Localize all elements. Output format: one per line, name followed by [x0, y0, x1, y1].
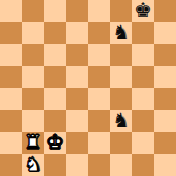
square-a5[interactable] [0, 66, 22, 88]
square-b3[interactable] [22, 110, 44, 132]
square-h1[interactable] [154, 154, 176, 176]
square-e2[interactable] [88, 132, 110, 154]
square-a8[interactable] [0, 0, 22, 22]
square-e5[interactable] [88, 66, 110, 88]
square-a7[interactable] [0, 22, 22, 44]
square-e6[interactable] [88, 44, 110, 66]
square-b6[interactable] [22, 44, 44, 66]
square-a4[interactable] [0, 88, 22, 110]
square-e1[interactable] [88, 154, 110, 176]
square-g4[interactable] [132, 88, 154, 110]
square-e4[interactable] [88, 88, 110, 110]
square-e7[interactable] [88, 22, 110, 44]
square-d4[interactable] [66, 88, 88, 110]
square-f1[interactable] [110, 154, 132, 176]
square-c6[interactable] [44, 44, 66, 66]
square-h3[interactable] [154, 110, 176, 132]
square-a3[interactable] [0, 110, 22, 132]
square-g3[interactable] [132, 110, 154, 132]
square-g2[interactable] [132, 132, 154, 154]
square-c8[interactable] [44, 0, 66, 22]
square-f6[interactable] [110, 44, 132, 66]
piece-white-king[interactable]: ♚ [46, 131, 64, 153]
square-d6[interactable] [66, 44, 88, 66]
square-g1[interactable] [132, 154, 154, 176]
square-h2[interactable] [154, 132, 176, 154]
square-c7[interactable] [44, 22, 66, 44]
square-f2[interactable] [110, 132, 132, 154]
square-h7[interactable] [154, 22, 176, 44]
square-c4[interactable] [44, 88, 66, 110]
chess-board: ♚♞♞♜♚♞ [0, 0, 176, 176]
square-a1[interactable] [0, 154, 22, 176]
square-c5[interactable] [44, 66, 66, 88]
square-h6[interactable] [154, 44, 176, 66]
square-b4[interactable] [22, 88, 44, 110]
square-b5[interactable] [22, 66, 44, 88]
square-d1[interactable] [66, 154, 88, 176]
square-b8[interactable] [22, 0, 44, 22]
square-g5[interactable] [132, 66, 154, 88]
square-g6[interactable] [132, 44, 154, 66]
square-g7[interactable] [132, 22, 154, 44]
square-c3[interactable] [44, 110, 66, 132]
square-a2[interactable] [0, 132, 22, 154]
piece-black-knight[interactable]: ♞ [112, 21, 130, 43]
square-h8[interactable] [154, 0, 176, 22]
piece-white-rook[interactable]: ♜ [24, 131, 42, 153]
square-f7[interactable]: ♞ [110, 22, 132, 44]
square-h5[interactable] [154, 66, 176, 88]
square-f8[interactable] [110, 0, 132, 22]
square-b7[interactable] [22, 22, 44, 44]
piece-black-knight[interactable]: ♞ [112, 109, 130, 131]
square-d8[interactable] [66, 0, 88, 22]
square-h4[interactable] [154, 88, 176, 110]
square-d7[interactable] [66, 22, 88, 44]
square-d3[interactable] [66, 110, 88, 132]
piece-white-knight[interactable]: ♞ [24, 153, 42, 175]
square-g8[interactable]: ♚ [132, 0, 154, 22]
square-c2[interactable]: ♚ [44, 132, 66, 154]
square-d2[interactable] [66, 132, 88, 154]
square-b2[interactable]: ♜ [22, 132, 44, 154]
square-c1[interactable] [44, 154, 66, 176]
square-e3[interactable] [88, 110, 110, 132]
square-b1[interactable]: ♞ [22, 154, 44, 176]
piece-black-king[interactable]: ♚ [134, 0, 152, 21]
square-d5[interactable] [66, 66, 88, 88]
square-e8[interactable] [88, 0, 110, 22]
square-f5[interactable] [110, 66, 132, 88]
square-a6[interactable] [0, 44, 22, 66]
square-f4[interactable] [110, 88, 132, 110]
square-f3[interactable]: ♞ [110, 110, 132, 132]
